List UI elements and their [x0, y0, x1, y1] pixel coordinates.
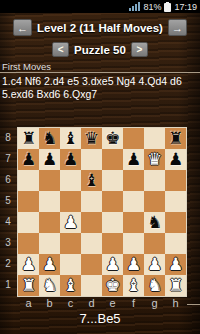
square-d5[interactable] — [81, 191, 102, 212]
black-pawn-h7[interactable]: ♟ — [168, 151, 183, 168]
square-f4[interactable] — [123, 212, 144, 233]
square-b3[interactable] — [39, 233, 60, 254]
white-pawn-g2[interactable]: ♟ — [147, 256, 162, 273]
square-g2[interactable]: ♟ — [144, 254, 165, 275]
square-c2[interactable] — [60, 254, 81, 275]
square-b6[interactable] — [39, 170, 60, 191]
square-d2[interactable] — [81, 254, 102, 275]
chevron-left-icon: < — [58, 44, 64, 55]
black-king-e8[interactable]: ♚ — [105, 130, 120, 147]
white-pawn-h2[interactable]: ♟ — [168, 256, 183, 273]
white-pawn-a2[interactable]: ♟ — [21, 256, 36, 273]
square-f8[interactable] — [123, 128, 144, 149]
white-queen-g7[interactable]: ♛ — [147, 151, 162, 168]
square-c5[interactable] — [60, 191, 81, 212]
square-c1[interactable]: ♝ — [60, 275, 81, 296]
black-rook-h8[interactable]: ♜ — [168, 130, 183, 147]
square-e2[interactable]: ♟ — [102, 254, 123, 275]
square-a4[interactable] — [18, 212, 39, 233]
square-g1[interactable]: ♞ — [144, 275, 165, 296]
divider-line — [187, 304, 200, 305]
square-g3[interactable] — [144, 233, 165, 254]
square-d6[interactable]: ♝ — [81, 170, 102, 191]
white-pawn-f2[interactable]: ♟ — [126, 256, 141, 273]
chess-board[interactable]: ♜♞♝♛♚♜♟♟♟♟♛♟♝♟♞♟♟♟♟♟♟♜♞♝♚♝♞♜ — [17, 127, 187, 297]
battery-icon — [164, 3, 171, 12]
clock: 17:19 — [174, 2, 197, 12]
prev-puzzle-button[interactable]: < — [52, 42, 69, 57]
puzzle-nav-row: < Puzzle 50 > — [0, 42, 200, 57]
square-h5[interactable] — [165, 191, 186, 212]
file-label-c: c — [60, 297, 81, 309]
white-knight-b1[interactable]: ♞ — [42, 277, 57, 294]
square-e7[interactable] — [102, 149, 123, 170]
white-pawn-e2[interactable]: ♟ — [105, 256, 120, 273]
square-e5[interactable] — [102, 191, 123, 212]
square-b1[interactable]: ♞ — [39, 275, 60, 296]
battery-percent: 81% — [143, 2, 161, 12]
white-knight-g1[interactable]: ♞ — [147, 277, 162, 294]
next-puzzle-button[interactable]: > — [131, 42, 148, 57]
file-label-b: b — [39, 297, 60, 309]
status-bar: 81% 17:19 — [0, 0, 200, 13]
square-c7[interactable]: ♟ — [60, 149, 81, 170]
square-a7[interactable]: ♟ — [18, 149, 39, 170]
file-label-d: d — [81, 297, 102, 309]
move-list-line-2: 5.exd6 Bxd6 6.Qxg7 — [2, 88, 199, 101]
next-level-button[interactable]: → — [168, 19, 187, 36]
square-d7[interactable] — [81, 149, 102, 170]
square-a6[interactable] — [18, 170, 39, 191]
move-list-line-1: 1.c4 Nf6 2.d4 e5 3.dxe5 Ng4 4.Qd4 d6 — [2, 75, 199, 88]
square-c6[interactable] — [60, 170, 81, 191]
square-b7[interactable]: ♟ — [39, 149, 60, 170]
solution-move: 7...Be5 — [0, 311, 200, 326]
square-e8[interactable]: ♚ — [102, 128, 123, 149]
square-c8[interactable]: ♝ — [60, 128, 81, 149]
rank-label-3: 3 — [0, 232, 16, 253]
square-h2[interactable]: ♟ — [165, 254, 186, 275]
square-g8[interactable] — [144, 128, 165, 149]
square-e4[interactable] — [102, 212, 123, 233]
puzzle-title: Puzzle 50 — [74, 44, 126, 56]
black-pawn-a7[interactable]: ♟ — [21, 151, 36, 168]
square-e3[interactable] — [102, 233, 123, 254]
square-h6[interactable] — [165, 170, 186, 191]
square-f3[interactable] — [123, 233, 144, 254]
black-knight-b8[interactable]: ♞ — [42, 130, 57, 147]
black-pawn-c7[interactable]: ♟ — [63, 151, 78, 168]
white-rook-h1[interactable]: ♜ — [168, 277, 183, 294]
square-e6[interactable] — [102, 170, 123, 191]
prev-level-button[interactable]: ← — [13, 19, 32, 36]
square-f2[interactable]: ♟ — [123, 254, 144, 275]
white-bishop-f1[interactable]: ♝ — [126, 277, 141, 294]
square-c3[interactable] — [60, 233, 81, 254]
file-label-a: a — [18, 297, 39, 309]
square-f7[interactable]: ♟ — [123, 149, 144, 170]
left-arrow-icon: ← — [17, 22, 28, 34]
black-pawn-f7[interactable]: ♟ — [126, 151, 141, 168]
rank-label-2: 2 — [0, 253, 16, 274]
square-d3[interactable] — [81, 233, 102, 254]
square-b4[interactable] — [39, 212, 60, 233]
square-d1[interactable] — [81, 275, 102, 296]
square-d4[interactable] — [81, 212, 102, 233]
square-g4[interactable]: ♞ — [144, 212, 165, 233]
rank-label-8: 8 — [0, 127, 16, 148]
black-knight-g4[interactable]: ♞ — [147, 214, 162, 231]
square-f5[interactable] — [123, 191, 144, 212]
white-bishop-c1[interactable]: ♝ — [63, 277, 78, 294]
file-label-g: g — [144, 297, 165, 309]
square-h3[interactable] — [165, 233, 186, 254]
move-list: 1.c4 Nf6 2.d4 e5 3.dxe5 Ng4 4.Qd4 d6 5.e… — [2, 75, 199, 100]
right-arrow-icon: → — [172, 22, 183, 34]
square-h4[interactable] — [165, 212, 186, 233]
chevron-right-icon: > — [136, 44, 142, 55]
white-pawn-c4[interactable]: ♟ — [63, 214, 78, 231]
white-rook-a1[interactable]: ♜ — [21, 277, 36, 294]
level-nav-row: ← Level 2 (11 Half Moves) → — [0, 19, 200, 36]
square-g5[interactable] — [144, 191, 165, 212]
black-bishop-c8[interactable]: ♝ — [63, 130, 78, 147]
square-g6[interactable] — [144, 170, 165, 191]
chess-puzzle-app: 81% 17:19 ← Level 2 (11 Half Moves) → < … — [0, 0, 200, 334]
black-queen-d8[interactable]: ♛ — [84, 130, 99, 147]
square-b8[interactable]: ♞ — [39, 128, 60, 149]
rank-label-1: 1 — [0, 274, 16, 295]
rank-label-6: 6 — [0, 169, 16, 190]
square-f1[interactable]: ♝ — [123, 275, 144, 296]
square-d8[interactable]: ♛ — [81, 128, 102, 149]
square-a5[interactable] — [18, 191, 39, 212]
rank-label-7: 7 — [0, 148, 16, 169]
black-bishop-d6[interactable]: ♝ — [84, 172, 99, 189]
black-rook-a8[interactable]: ♜ — [21, 130, 36, 147]
square-a1[interactable]: ♜ — [18, 275, 39, 296]
square-a3[interactable] — [18, 233, 39, 254]
first-moves-label: First Moves — [0, 61, 200, 73]
file-label-h: h — [165, 297, 186, 309]
rank-label-4: 4 — [0, 211, 16, 232]
level-title: Level 2 (11 Half Moves) — [37, 22, 163, 34]
rank-labels: 87654321 — [0, 127, 16, 295]
square-c4[interactable]: ♟ — [60, 212, 81, 233]
signal-strength-icon — [129, 2, 140, 11]
square-b2[interactable]: ♟ — [39, 254, 60, 275]
square-h8[interactable]: ♜ — [165, 128, 186, 149]
square-h1[interactable]: ♜ — [165, 275, 186, 296]
white-pawn-b2[interactable]: ♟ — [42, 256, 57, 273]
white-king-e1[interactable]: ♚ — [105, 277, 120, 294]
file-labels: abcdefgh — [18, 297, 186, 309]
rank-label-5: 5 — [0, 190, 16, 211]
file-label-e: e — [102, 297, 123, 309]
square-h7[interactable]: ♟ — [165, 149, 186, 170]
black-pawn-b7[interactable]: ♟ — [42, 151, 57, 168]
square-g7[interactable]: ♛ — [144, 149, 165, 170]
square-f6[interactable] — [123, 170, 144, 191]
square-b5[interactable] — [39, 191, 60, 212]
square-e1[interactable]: ♚ — [102, 275, 123, 296]
file-label-f: f — [123, 297, 144, 309]
square-a2[interactable]: ♟ — [18, 254, 39, 275]
square-a8[interactable]: ♜ — [18, 128, 39, 149]
